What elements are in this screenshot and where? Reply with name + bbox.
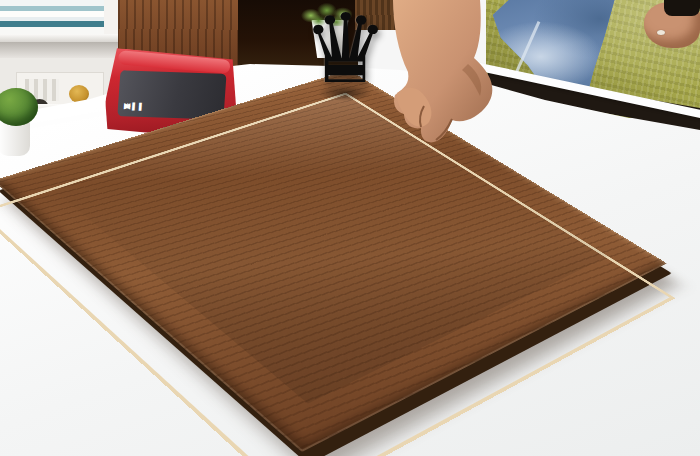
photo-scene: ◀ − ▶❚❚ + ▶ ♛ (0, 0, 700, 456)
board-grid (0, 93, 675, 456)
chess-piece-black-queen[interactable]: ♛ (290, 1, 400, 97)
chess-board[interactable] (0, 70, 667, 452)
